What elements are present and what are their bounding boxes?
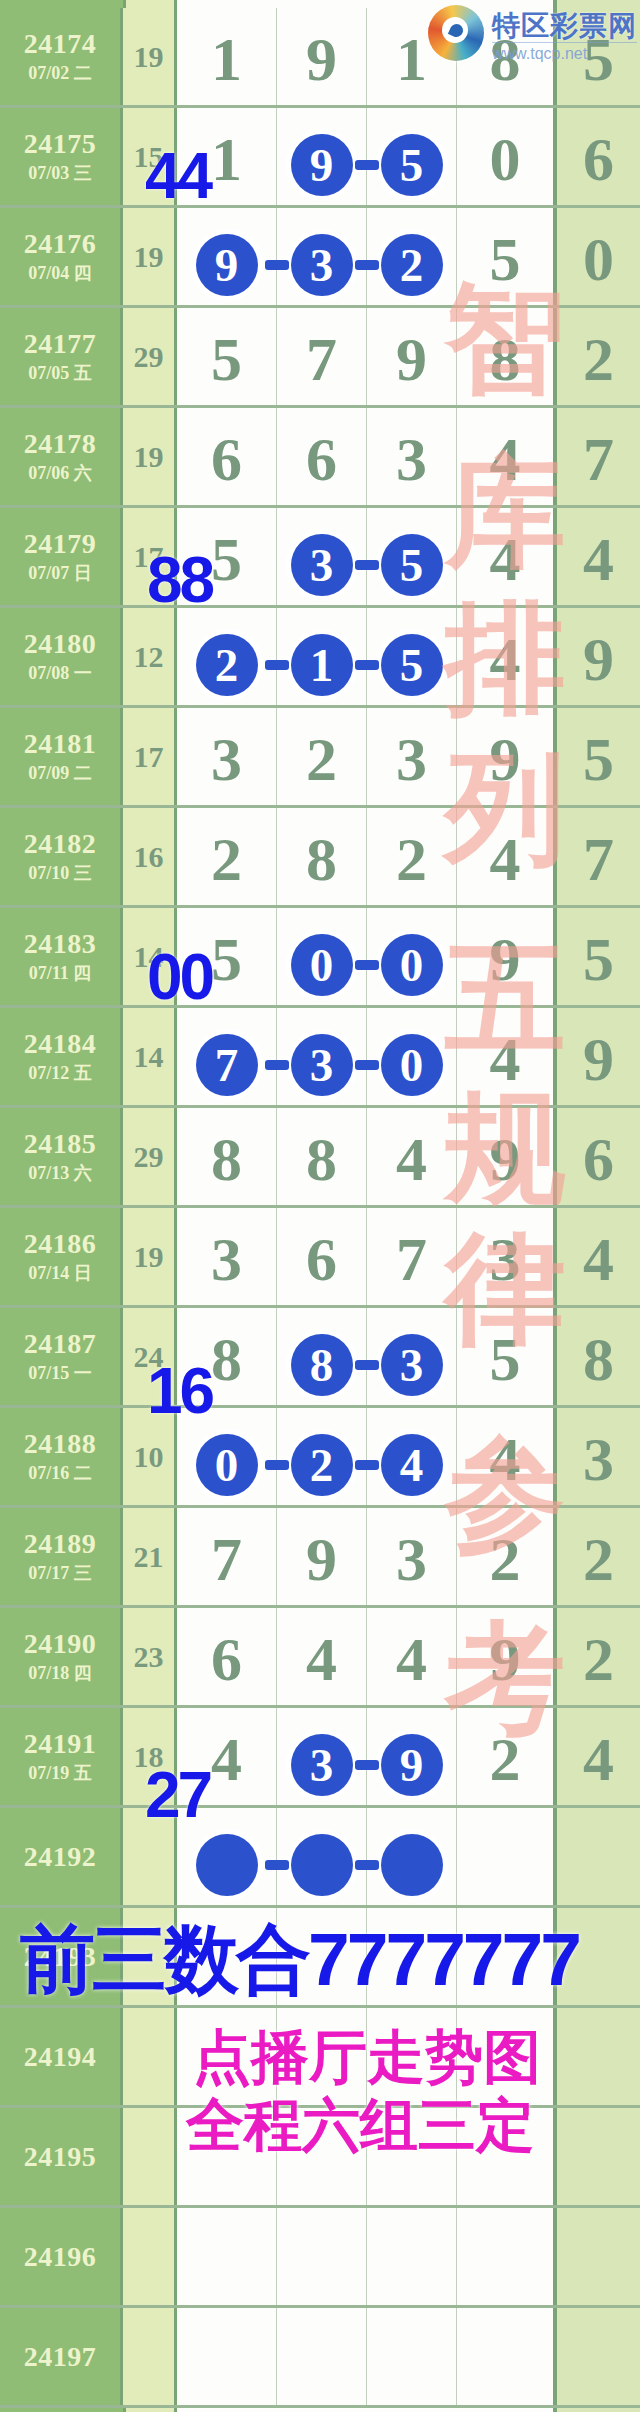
draw-date: 07/02 二	[28, 62, 92, 84]
digit: 4	[490, 424, 521, 495]
sum-value: 17	[134, 540, 164, 574]
circled-digit: 3	[291, 234, 353, 296]
digit-cell: 9	[553, 1008, 640, 1105]
digit: 2	[396, 824, 427, 895]
connector-dash-icon	[355, 1360, 379, 1370]
digit-cell: 4	[457, 808, 553, 905]
digit-cell: 2	[457, 1508, 553, 1605]
pailie5-trend-chart: 2417407/02 二19191852417507/03 三151950624…	[0, 0, 640, 2412]
digit-cell: 7	[553, 808, 640, 905]
digit-cell	[553, 1908, 640, 2005]
connector-dash-icon	[355, 1760, 379, 1770]
digit-cell: 3	[367, 708, 457, 805]
table-row-24178: 2417807/06 六1966347	[0, 408, 640, 508]
period-cell: 2418107/09 二	[0, 708, 123, 805]
digit: 9	[490, 1124, 521, 1195]
digit-cell: 2	[457, 1708, 553, 1805]
digit-cell: 9	[457, 1608, 553, 1705]
sum-cell: 17	[123, 508, 177, 605]
solid-circle-marker	[196, 1834, 258, 1896]
digit-cell	[367, 1908, 457, 2005]
digit-cell	[177, 2008, 277, 2105]
period-cell: 2418607/14 日	[0, 1208, 123, 1305]
draw-number: 24177	[24, 329, 97, 359]
connector-dash-icon	[265, 660, 289, 670]
digit: 9	[583, 1024, 614, 1095]
sum-value: 14	[134, 1040, 164, 1074]
circled-digit: 9	[381, 1734, 443, 1796]
digit: 3	[211, 1224, 242, 1295]
circled-digit: 5	[381, 134, 443, 196]
draw-number: 24189	[24, 1529, 97, 1559]
period-cell: 2418907/17 三	[0, 1508, 123, 1605]
digit-cell: 2	[177, 608, 277, 705]
digit: 5	[583, 724, 614, 795]
digit: 4	[490, 524, 521, 595]
trend-table: 2417407/02 二19191852417507/03 三151950624…	[0, 8, 640, 2408]
digit-cell	[277, 2108, 367, 2205]
sum-cell: 18	[123, 1708, 177, 1805]
digit: 6	[306, 1224, 337, 1295]
circled-digit: 0	[291, 934, 353, 996]
digit-cell: 9	[553, 608, 640, 705]
draw-date: 07/15 一	[28, 1362, 92, 1384]
digit-cell	[457, 2308, 553, 2405]
digit: 6	[306, 424, 337, 495]
period-cell: 2417707/05 五	[0, 308, 123, 405]
table-row-24176: 2417607/04 四1993250	[0, 208, 640, 308]
digit: 6	[211, 1624, 242, 1695]
digit-cell: 9	[277, 108, 367, 205]
digit: 7	[211, 1524, 242, 1595]
circled-digit: 8	[291, 1334, 353, 1396]
sum-cell	[123, 2308, 177, 2405]
digit: 7	[583, 824, 614, 895]
table-row-24181: 2418107/09 二1732395	[0, 708, 640, 808]
sum-value: 19	[134, 40, 164, 74]
digit-cell	[277, 2208, 367, 2305]
digit-cell: 8	[277, 1108, 367, 1205]
draw-number: 24179	[24, 529, 97, 559]
table-row-24191: 2419107/19 五1843924	[0, 1708, 640, 1808]
digit: 4	[583, 524, 614, 595]
digit-cell	[177, 2108, 277, 2205]
period-cell: 2418707/15 一	[0, 1308, 123, 1405]
draw-number: 24194	[24, 2042, 97, 2072]
draw-date: 07/10 三	[28, 862, 92, 884]
digit-cell: 5	[367, 508, 457, 605]
solid-circle-marker	[381, 1834, 443, 1896]
digit-cell	[277, 1808, 367, 1905]
digit: 1	[211, 24, 242, 95]
table-row-24196: 24196	[0, 2208, 640, 2308]
connector-dash-icon	[265, 1460, 289, 1470]
digit: 4	[396, 1624, 427, 1695]
table-row-24187: 2418707/15 一2488358	[0, 1308, 640, 1408]
digit: 6	[583, 1124, 614, 1195]
connector-dash-icon	[265, 1060, 289, 1070]
table-row-24175: 2417507/03 三1519506	[0, 108, 640, 208]
period-cell: 24195	[0, 2108, 123, 2205]
sum-cell: 21	[123, 1508, 177, 1605]
draw-number: 24178	[24, 429, 97, 459]
sum-value: 29	[134, 340, 164, 374]
circled-digit: 2	[196, 634, 258, 696]
draw-date: 07/12 五	[28, 1062, 92, 1084]
digit-cell: 0	[367, 1008, 457, 1105]
circled-digit: 0	[381, 1034, 443, 1096]
period-cell: 2418507/13 六	[0, 1108, 123, 1205]
sum-cell: 16	[123, 808, 177, 905]
period-cell: 2418207/10 三	[0, 808, 123, 905]
digit-cell: 7	[177, 1508, 277, 1605]
digit-cell	[553, 2308, 640, 2405]
digit-cell: 1	[277, 608, 367, 705]
digit-cell: 0	[177, 1408, 277, 1505]
digit-cell: 5	[457, 1308, 553, 1405]
digit-cell: 2	[553, 1508, 640, 1605]
digit-cell	[177, 2208, 277, 2305]
digit-cell	[277, 1908, 367, 2005]
digit-cell: 6	[177, 1608, 277, 1705]
digit-cell: 4	[553, 508, 640, 605]
connector-dash-icon	[265, 260, 289, 270]
circled-digit: 3	[381, 1334, 443, 1396]
digit-cell: 4	[553, 1208, 640, 1305]
draw-date: 07/06 六	[28, 462, 92, 484]
digit: 1	[211, 124, 242, 195]
draw-number: 24190	[24, 1629, 97, 1659]
digit-cell: 4	[367, 1608, 457, 1705]
sum-cell: 17	[123, 708, 177, 805]
sum-value: 18	[134, 1740, 164, 1774]
digit: 4	[490, 1424, 521, 1495]
draw-number: 24186	[24, 1229, 97, 1259]
digit: 4	[490, 624, 521, 695]
digit-cell: 1	[177, 8, 277, 105]
digit-cell: 4	[177, 1708, 277, 1805]
digit-cell: 9	[277, 8, 367, 105]
table-row-24185: 2418507/13 六2988496	[0, 1108, 640, 1208]
digit: 5	[211, 524, 242, 595]
draw-number: 24182	[24, 829, 97, 859]
digit-cell	[277, 2308, 367, 2405]
period-cell: 24197	[0, 2308, 123, 2405]
sum-cell: 29	[123, 1108, 177, 1205]
draw-number: 24175	[24, 129, 97, 159]
digit: 5	[490, 224, 521, 295]
digit-cell: 7	[277, 308, 367, 405]
digit-cell: 6	[277, 1208, 367, 1305]
digit-cell: 2	[367, 208, 457, 305]
digit: 7	[396, 1224, 427, 1295]
table-row-24190: 2419007/18 四2364492	[0, 1608, 640, 1708]
digit-cell: 0	[457, 108, 553, 205]
digit-cell: 8	[457, 308, 553, 405]
digit-cell: 8	[277, 1308, 367, 1405]
digit: 7	[306, 324, 337, 395]
digit-cell: 4	[553, 1708, 640, 1805]
sum-cell: 19	[123, 8, 177, 105]
digit-cell: 0	[553, 208, 640, 305]
draw-date: 07/13 六	[28, 1162, 92, 1184]
digit-cell: 9	[277, 1508, 367, 1605]
connector-dash-icon	[265, 1860, 289, 1870]
digit: 2	[306, 724, 337, 795]
digit: 5	[583, 924, 614, 995]
digit-cell: 3	[457, 1208, 553, 1305]
circled-digit: 5	[381, 534, 443, 596]
period-cell: 24193	[0, 1908, 123, 2005]
sum-cell: 24	[123, 1308, 177, 1405]
digit-cell: 1	[177, 108, 277, 205]
next-row-sliver	[0, 2408, 640, 2412]
digit: 0	[490, 124, 521, 195]
digit-cell: 8	[553, 1308, 640, 1405]
sum-cell	[123, 2008, 177, 2105]
digit: 2	[583, 1624, 614, 1695]
circled-digit: 9	[196, 234, 258, 296]
draw-date: 07/19 五	[28, 1762, 92, 1784]
connector-dash-icon	[355, 960, 379, 970]
digit: 2	[211, 824, 242, 895]
draw-number: 24191	[24, 1729, 97, 1759]
digit-cell: 2	[277, 708, 367, 805]
digit: 4	[306, 1624, 337, 1695]
digit: 2	[490, 1524, 521, 1595]
sum-value: 16	[134, 840, 164, 874]
digit-cell: 9	[457, 708, 553, 805]
digit-cell: 7	[553, 408, 640, 505]
digit-cell	[457, 2008, 553, 2105]
circled-digit: 5	[381, 634, 443, 696]
digit-cell: 0	[367, 908, 457, 1005]
digit-cell: 3	[277, 1008, 367, 1105]
draw-number: 24174	[24, 29, 97, 59]
digit-cell: 8	[277, 808, 367, 905]
sum-cell	[123, 2108, 177, 2205]
swirl-logo-icon	[428, 5, 484, 61]
digit: 8	[211, 1124, 242, 1195]
period-cell: 2417607/04 四	[0, 208, 123, 305]
draw-number: 24197	[24, 2342, 97, 2372]
sum-cell: 19	[123, 1208, 177, 1305]
digit-cell	[553, 2008, 640, 2105]
period-cell: 2418407/12 五	[0, 1008, 123, 1105]
digit-cell: 2	[553, 308, 640, 405]
period-cell: 2417407/02 二	[0, 8, 123, 105]
connector-dash-icon	[355, 160, 379, 170]
digit-cell: 6	[553, 1108, 640, 1205]
draw-date: 07/17 三	[28, 1562, 92, 1584]
circled-digit: 3	[291, 1734, 353, 1796]
draw-number: 24181	[24, 729, 97, 759]
digit: 5	[211, 924, 242, 995]
digit-cell	[367, 2208, 457, 2305]
digit-cell: 4	[457, 508, 553, 605]
table-row-24197: 24197	[0, 2308, 640, 2408]
digit: 3	[396, 424, 427, 495]
digit: 9	[490, 924, 521, 995]
circled-digit: 2	[381, 234, 443, 296]
digit-cell: 4	[367, 1108, 457, 1205]
sum-cell: 29	[123, 308, 177, 405]
digit-cell: 3	[367, 1308, 457, 1405]
digit: 8	[490, 324, 521, 395]
site-logo-text: 特区彩票网 www.tqcp.net	[492, 5, 637, 63]
table-row-24182: 2418207/10 三1628247	[0, 808, 640, 908]
sum-value: 29	[134, 1140, 164, 1174]
digit: 9	[306, 1524, 337, 1595]
digit: 3	[211, 724, 242, 795]
period-cell: 2417907/07 日	[0, 508, 123, 605]
connector-dash-icon	[355, 660, 379, 670]
circled-digit: 4	[381, 1434, 443, 1496]
digit-cell	[177, 1908, 277, 2005]
draw-number: 24180	[24, 629, 97, 659]
digit-cell: 2	[277, 1408, 367, 1505]
sum-value: 19	[134, 240, 164, 274]
table-row-24177: 2417707/05 五2957982	[0, 308, 640, 408]
period-cell: 24196	[0, 2208, 123, 2305]
digit-cell: 3	[277, 508, 367, 605]
digit: 5	[211, 324, 242, 395]
table-row-24195: 24195	[0, 2108, 640, 2208]
digit-cell: 9	[457, 1108, 553, 1205]
digit-cell: 4	[277, 1608, 367, 1705]
sum-value: 15	[134, 140, 164, 174]
digit-cell	[177, 1808, 277, 1905]
connector-dash-icon	[355, 1460, 379, 1470]
table-row-24186: 2418607/14 日1936734	[0, 1208, 640, 1308]
digit-cell: 5	[457, 208, 553, 305]
circled-digit: 0	[196, 1434, 258, 1496]
digit-cell: 9	[457, 908, 553, 1005]
draw-date: 07/08 一	[28, 662, 92, 684]
digit: 4	[490, 824, 521, 895]
digit-cell	[367, 2008, 457, 2105]
table-row-24194: 24194	[0, 2008, 640, 2108]
digit: 4	[490, 1024, 521, 1095]
period-cell: 24194	[0, 2008, 123, 2105]
digit-cell	[553, 1808, 640, 1905]
period-cell: 2417807/06 六	[0, 408, 123, 505]
draw-number: 24188	[24, 1429, 97, 1459]
sum-cell: 14	[123, 908, 177, 1005]
digit-cell: 3	[553, 1408, 640, 1505]
period-cell: 2419007/18 四	[0, 1608, 123, 1705]
digit-cell: 4	[457, 1008, 553, 1105]
circled-digit: 1	[291, 634, 353, 696]
digit-cell	[367, 2308, 457, 2405]
digit-cell: 5	[553, 908, 640, 1005]
table-row-24184: 2418407/12 五1473049	[0, 1008, 640, 1108]
connector-dash-icon	[355, 260, 379, 270]
draw-date: 07/18 四	[28, 1662, 92, 1684]
sum-value: 24	[134, 1340, 164, 1374]
digit: 4	[396, 1124, 427, 1195]
digit: 8	[211, 1324, 242, 1395]
sum-value: 19	[134, 1240, 164, 1274]
digit-cell	[457, 2208, 553, 2305]
digit: 3	[490, 1224, 521, 1295]
sum-value: 12	[134, 640, 164, 674]
draw-date: 07/05 五	[28, 362, 92, 384]
draw-number: 24192	[24, 1842, 97, 1872]
digit-cell	[277, 2008, 367, 2105]
digit-cell: 5	[367, 108, 457, 205]
site-name: 特区彩票网	[492, 11, 637, 41]
sum-cell: 10	[123, 1408, 177, 1505]
sum-cell: 14	[123, 1008, 177, 1105]
draw-number: 24176	[24, 229, 97, 259]
draw-number: 24184	[24, 1029, 97, 1059]
connector-dash-icon	[355, 1860, 379, 1870]
circled-digit: 7	[196, 1034, 258, 1096]
circled-digit: 3	[291, 534, 353, 596]
digit-cell	[457, 1808, 553, 1905]
period-cell: 2418007/08 一	[0, 608, 123, 705]
digit-cell: 8	[177, 1308, 277, 1405]
digit-cell: 2	[367, 808, 457, 905]
draw-date: 07/16 二	[28, 1462, 92, 1484]
digit-cell: 4	[457, 1408, 553, 1505]
digit: 9	[490, 1624, 521, 1695]
digit: 9	[306, 24, 337, 95]
digit: 0	[583, 224, 614, 295]
digit-cell: 4	[457, 608, 553, 705]
circled-digit: 2	[291, 1434, 353, 1496]
digit: 6	[211, 424, 242, 495]
period-cell: 24192	[0, 1808, 123, 1905]
digit-cell: 7	[367, 1208, 457, 1305]
sum-cell	[123, 1808, 177, 1905]
table-row-24192: 24192	[0, 1808, 640, 1908]
digit-cell: 5	[177, 508, 277, 605]
digit: 4	[583, 1224, 614, 1295]
sum-value: 14	[134, 940, 164, 974]
digit-cell: 5	[553, 708, 640, 805]
digit-cell: 9	[367, 1708, 457, 1805]
digit-cell: 3	[367, 408, 457, 505]
digit-cell: 3	[367, 1508, 457, 1605]
digit: 2	[583, 324, 614, 395]
circled-digit: 3	[291, 1034, 353, 1096]
circled-digit: 0	[381, 934, 443, 996]
digit: 6	[583, 124, 614, 195]
digit-cell: 3	[177, 708, 277, 805]
sum-cell: 12	[123, 608, 177, 705]
digit-cell: 9	[367, 308, 457, 405]
digit-cell: 2	[553, 1608, 640, 1705]
table-row-24183: 2418307/11 四1450095	[0, 908, 640, 1008]
sum-value: 21	[134, 1540, 164, 1574]
digit: 8	[583, 1324, 614, 1395]
digit-cell: 4	[457, 408, 553, 505]
digit-cell: 6	[177, 408, 277, 505]
table-row-24180: 2418007/08 一1221549	[0, 608, 640, 708]
sum-cell: 23	[123, 1608, 177, 1705]
sum-cell	[123, 2208, 177, 2305]
digit-cell	[367, 2108, 457, 2205]
digit: 2	[583, 1524, 614, 1595]
digit-cell: 3	[177, 1208, 277, 1305]
digit-cell	[553, 2108, 640, 2205]
draw-number: 24195	[24, 2142, 97, 2172]
digit: 8	[306, 824, 337, 895]
period-cell: 2417507/03 三	[0, 108, 123, 205]
sum-value: 19	[134, 440, 164, 474]
